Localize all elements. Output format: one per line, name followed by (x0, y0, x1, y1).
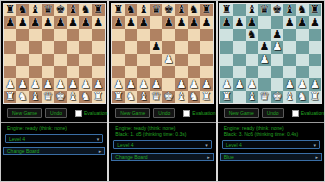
square-h6[interactable] (200, 29, 213, 41)
square-c1[interactable]: ♝ (29, 91, 42, 103)
white-pawn: ♟ (285, 79, 295, 91)
square-h1[interactable]: ♜ (92, 91, 105, 103)
square-b7[interactable]: ♟ (16, 16, 29, 28)
square-e6[interactable]: ♟ (271, 29, 284, 41)
square-g5[interactable] (188, 41, 201, 53)
square-h5[interactable] (309, 41, 322, 53)
square-a2[interactable]: ♟ (4, 78, 17, 90)
square-d5[interactable] (42, 41, 55, 53)
white-pawn: ♟ (5, 79, 15, 91)
square-c6[interactable]: ♞ (246, 29, 259, 41)
square-h2[interactable]: ♟ (92, 78, 105, 90)
square-c8[interactable]: ♝ (29, 4, 42, 16)
separator (218, 122, 324, 123)
square-g1[interactable]: ♞ (188, 91, 201, 103)
square-f3[interactable] (175, 66, 188, 78)
square-g2[interactable]: ♟ (296, 78, 309, 90)
black-rook: ♜ (5, 4, 15, 16)
black-pawn: ♟ (139, 17, 149, 29)
white-king: ♚ (164, 91, 174, 103)
undo-button[interactable]: Undo (45, 108, 67, 118)
square-b8[interactable]: ♞ (125, 4, 138, 16)
square-a5[interactable] (112, 41, 125, 53)
white-pawn: ♟ (189, 79, 199, 91)
new-game-button[interactable]: New Game (115, 108, 150, 118)
square-b5[interactable] (125, 41, 138, 53)
level-select-value: Level 4 (9, 136, 25, 142)
chess-board-1: ♜♞♝♛♚♝♞♜♟♟♟♟♟♟♟♟♟♟♟♟♟♟♟♟♜♞♝♛♚♝♞♜ (3, 3, 106, 104)
white-bishop: ♝ (285, 91, 295, 103)
square-d8[interactable]: ♛ (258, 4, 271, 16)
square-g3[interactable] (296, 66, 309, 78)
square-e7[interactable]: ♟ (54, 16, 67, 28)
square-c5[interactable] (246, 41, 259, 53)
square-g2[interactable]: ♟ (188, 78, 201, 90)
white-rook: ♜ (222, 91, 232, 103)
square-e2[interactable] (162, 78, 175, 90)
square-h4[interactable] (200, 54, 213, 66)
square-e5[interactable]: ♟ (271, 41, 284, 53)
square-e4[interactable]: ♟ (162, 54, 175, 66)
square-a3[interactable] (4, 66, 17, 78)
square-e1[interactable]: ♚ (54, 91, 67, 103)
black-pawn: ♟ (81, 17, 91, 29)
square-g4[interactable] (188, 54, 201, 66)
square-f2[interactable]: ♟ (67, 78, 80, 90)
square-b6[interactable] (125, 29, 138, 41)
square-a1[interactable]: ♜ (112, 91, 125, 103)
square-d1[interactable]: ♛ (42, 91, 55, 103)
new-game-button[interactable]: New Game (224, 108, 259, 118)
square-h5[interactable] (200, 41, 213, 53)
white-pawn: ♟ (30, 79, 40, 91)
accordion-label: Blue (224, 154, 234, 160)
square-c3[interactable] (29, 66, 42, 78)
evaluation-checkbox[interactable] (183, 110, 190, 117)
square-c7[interactable]: ♟ (137, 16, 150, 28)
change-board-accordion[interactable]: Change Board ▸ (3, 147, 105, 155)
square-g6[interactable] (79, 29, 92, 41)
square-f7[interactable]: ♟ (175, 16, 188, 28)
black-pawn: ♟ (272, 29, 282, 41)
white-pawn: ♟ (202, 79, 212, 91)
level-select[interactable]: Level 4 ▾ (113, 140, 211, 149)
square-g6[interactable] (188, 29, 201, 41)
black-knight: ♞ (297, 4, 307, 16)
square-b3[interactable] (233, 66, 246, 78)
square-c4[interactable] (137, 54, 150, 66)
square-a6[interactable] (112, 29, 125, 41)
white-pawn: ♟ (310, 79, 320, 91)
square-h8[interactable]: ♜ (92, 4, 105, 16)
black-pawn: ♟ (310, 17, 320, 29)
square-c3[interactable] (246, 66, 259, 78)
black-queen: ♛ (260, 4, 270, 16)
evaluation-checkbox[interactable] (75, 110, 82, 117)
square-d4[interactable]: ♟ (258, 54, 271, 66)
square-f2[interactable]: ♟ (283, 78, 296, 90)
white-rook: ♜ (202, 91, 212, 103)
square-c7[interactable]: ♟ (29, 16, 42, 28)
engine-status: Engine: ready (think: none) Black: 1. d5… (115, 125, 215, 137)
square-b1[interactable]: ♞ (16, 91, 29, 103)
square-f1[interactable]: ♝ (283, 91, 296, 103)
black-knight: ♞ (18, 4, 28, 16)
square-h6[interactable] (309, 29, 322, 41)
square-d3[interactable] (42, 66, 55, 78)
square-b2[interactable]: ♟ (233, 78, 246, 90)
square-e4[interactable] (271, 54, 284, 66)
square-d6[interactable] (42, 29, 55, 41)
square-d3[interactable] (150, 66, 163, 78)
new-game-button[interactable]: New Game (7, 108, 42, 118)
square-a6[interactable] (4, 29, 17, 41)
square-a8[interactable]: ♜ (112, 4, 125, 16)
square-g7[interactable]: ♟ (296, 16, 309, 28)
black-pawn: ♟ (189, 17, 199, 29)
square-g5[interactable] (79, 41, 92, 53)
square-c2[interactable]: ♟ (137, 78, 150, 90)
square-f4[interactable] (67, 54, 80, 66)
black-pawn: ♟ (151, 41, 161, 53)
black-pawn: ♟ (68, 17, 78, 29)
square-b7[interactable]: ♟ (233, 16, 246, 28)
white-pawn: ♟ (43, 79, 53, 91)
square-h1[interactable]: ♜ (200, 91, 213, 103)
square-g1[interactable]: ♞ (79, 91, 92, 103)
black-bishop: ♝ (139, 4, 149, 16)
black-rook: ♜ (113, 4, 123, 16)
square-e6[interactable] (54, 29, 67, 41)
square-d3[interactable] (258, 66, 271, 78)
black-pawn: ♟ (297, 17, 307, 29)
panel-3: ♜♝♛♚♝♞♜♟♟♟♟♟♟♞♟♟♟♟♟♟♟♟♟♟♜♝♛♚♝♞♜ New Game… (218, 1, 324, 181)
black-pawn: ♟ (5, 17, 15, 29)
accordion-label: Change Board (115, 154, 147, 160)
square-a3[interactable] (220, 66, 233, 78)
square-e2[interactable]: ♟ (54, 78, 67, 90)
engine-status: Engine: ready (think: none) (7, 125, 107, 131)
square-a7[interactable]: ♟ (220, 16, 233, 28)
square-g7[interactable]: ♟ (79, 16, 92, 28)
square-a4[interactable] (4, 54, 17, 66)
square-b5[interactable] (16, 41, 29, 53)
square-f6[interactable] (175, 29, 188, 41)
black-bishop: ♝ (30, 4, 40, 16)
separator (109, 122, 215, 123)
square-a2[interactable]: ♟ (112, 78, 125, 90)
black-knight: ♞ (189, 4, 199, 16)
square-c2[interactable]: ♟ (29, 78, 42, 90)
square-g4[interactable] (296, 54, 309, 66)
evaluation-label: Evaluation (84, 110, 107, 116)
square-e7[interactable]: ♟ (162, 16, 175, 28)
square-e8[interactable]: ♚ (54, 4, 67, 16)
black-bishop: ♝ (247, 4, 257, 16)
black-pawn: ♟ (30, 17, 40, 29)
square-f4[interactable] (283, 54, 296, 66)
square-f1[interactable]: ♝ (175, 91, 188, 103)
square-a7[interactable]: ♟ (112, 16, 125, 28)
square-e6[interactable] (162, 29, 175, 41)
black-rook: ♜ (93, 4, 103, 16)
square-b4[interactable] (125, 54, 138, 66)
square-a1[interactable]: ♜ (220, 91, 233, 103)
square-h2[interactable]: ♟ (200, 78, 213, 90)
white-knight: ♞ (126, 91, 136, 103)
square-f2[interactable]: ♟ (175, 78, 188, 90)
square-f1[interactable]: ♝ (67, 91, 80, 103)
square-g2[interactable]: ♟ (79, 78, 92, 90)
square-a6[interactable] (220, 29, 233, 41)
chevron-right-icon: ▸ (315, 154, 318, 160)
square-e8[interactable]: ♚ (271, 4, 284, 16)
square-e3[interactable] (271, 66, 284, 78)
square-a4[interactable] (220, 54, 233, 66)
black-pawn: ♟ (43, 17, 53, 29)
square-h5[interactable] (92, 41, 105, 53)
black-bishop: ♝ (176, 4, 186, 16)
square-h3[interactable] (200, 66, 213, 78)
square-c4[interactable] (29, 54, 42, 66)
square-d2[interactable]: ♟ (42, 78, 55, 90)
square-e1[interactable]: ♚ (162, 91, 175, 103)
white-rook: ♜ (93, 91, 103, 103)
square-d5[interactable]: ♟ (258, 41, 271, 53)
square-f6[interactable] (67, 29, 80, 41)
square-d7[interactable] (258, 16, 271, 28)
black-rook: ♜ (222, 4, 232, 16)
square-c2[interactable]: ♟ (246, 78, 259, 90)
square-f8[interactable]: ♝ (283, 4, 296, 16)
black-queen: ♛ (151, 4, 161, 16)
evaluation-label: Evaluation (301, 110, 324, 116)
square-g4[interactable] (79, 54, 92, 66)
white-bishop: ♝ (68, 91, 78, 103)
square-d2[interactable] (258, 78, 271, 90)
square-a2[interactable]: ♟ (220, 78, 233, 90)
black-king: ♚ (56, 4, 66, 16)
square-f8[interactable]: ♝ (175, 4, 188, 16)
square-d1[interactable]: ♛ (258, 91, 271, 103)
square-c6[interactable] (137, 29, 150, 41)
square-h3[interactable] (309, 66, 322, 78)
chevron-right-icon: ▸ (99, 148, 102, 154)
chevron-down-icon: ▾ (205, 142, 208, 148)
square-c1[interactable]: ♝ (137, 91, 150, 103)
square-e8[interactable]: ♚ (162, 4, 175, 16)
square-b4[interactable] (233, 54, 246, 66)
square-g6[interactable] (296, 29, 309, 41)
black-pawn: ♟ (113, 17, 123, 29)
controls-row: New Game Undo Evaluation (7, 108, 107, 118)
square-f7[interactable]: ♟ (67, 16, 80, 28)
black-knight: ♞ (126, 4, 136, 16)
white-pawn: ♟ (18, 79, 28, 91)
square-h3[interactable] (92, 66, 105, 78)
square-c8[interactable]: ♝ (246, 4, 259, 16)
square-b1[interactable]: ♞ (125, 91, 138, 103)
square-c8[interactable]: ♝ (137, 4, 150, 16)
square-e5[interactable] (54, 41, 67, 53)
square-e5[interactable] (162, 41, 175, 53)
square-c4[interactable] (246, 54, 259, 66)
white-pawn: ♟ (176, 79, 186, 91)
black-pawn: ♟ (260, 41, 270, 53)
controls-row: New Game Undo Evaluation (224, 108, 324, 118)
square-e1[interactable]: ♚ (271, 91, 284, 103)
square-b6[interactable] (233, 29, 246, 41)
square-d1[interactable]: ♛ (150, 91, 163, 103)
square-b3[interactable] (125, 66, 138, 78)
square-f3[interactable] (283, 66, 296, 78)
square-h7[interactable]: ♟ (92, 16, 105, 28)
level-select[interactable]: Level 4 ▾ (5, 134, 103, 143)
level-select[interactable]: Level 4 ▾ (222, 140, 320, 149)
square-h8[interactable]: ♜ (309, 4, 322, 16)
square-e2[interactable] (271, 78, 284, 90)
square-c1[interactable]: ♝ (246, 91, 259, 103)
square-f4[interactable] (175, 54, 188, 66)
square-e3[interactable] (54, 66, 67, 78)
change-board-accordion[interactable]: Blue ▸ (220, 153, 322, 161)
evaluation-checkbox[interactable] (292, 110, 299, 117)
square-b4[interactable] (16, 54, 29, 66)
square-a5[interactable] (220, 41, 233, 53)
controls-row: New Game Undo Evaluation (115, 108, 215, 118)
white-king: ♚ (56, 91, 66, 103)
square-a1[interactable]: ♜ (4, 91, 17, 103)
square-d2[interactable]: ♟ (150, 78, 163, 90)
undo-button[interactable]: Undo (153, 108, 175, 118)
square-d7[interactable]: ♟ (42, 16, 55, 28)
square-c3[interactable] (137, 66, 150, 78)
square-h2[interactable]: ♟ (309, 78, 322, 90)
square-a5[interactable] (4, 41, 17, 53)
square-d7[interactable] (150, 16, 163, 28)
square-d5[interactable]: ♟ (150, 41, 163, 53)
square-f3[interactable] (67, 66, 80, 78)
square-e4[interactable] (54, 54, 67, 66)
square-h8[interactable]: ♜ (200, 4, 213, 16)
square-b8[interactable]: ♞ (16, 4, 29, 16)
black-pawn: ♟ (18, 17, 28, 29)
square-g8[interactable]: ♞ (296, 4, 309, 16)
square-f7[interactable]: ♟ (283, 16, 296, 28)
square-d8[interactable]: ♛ (42, 4, 55, 16)
white-knight: ♞ (18, 91, 28, 103)
white-bishop: ♝ (139, 91, 149, 103)
square-b6[interactable] (16, 29, 29, 41)
white-pawn: ♟ (126, 79, 136, 91)
panel-1: ♜♞♝♛♚♝♞♜♟♟♟♟♟♟♟♟♟♟♟♟♟♟♟♟♜♞♝♛♚♝♞♜ New Gam… (1, 1, 107, 181)
square-c5[interactable] (29, 41, 42, 53)
square-e7[interactable] (271, 16, 284, 28)
white-pawn: ♟ (113, 79, 123, 91)
square-c7[interactable]: ♟ (246, 16, 259, 28)
square-a8[interactable]: ♜ (220, 4, 233, 16)
square-b2[interactable]: ♟ (125, 78, 138, 90)
square-h1[interactable]: ♜ (309, 91, 322, 103)
white-queen: ♛ (43, 91, 53, 103)
square-b7[interactable]: ♟ (125, 16, 138, 28)
engine-status-line: Engine: ready (think: none) (7, 125, 107, 131)
white-pawn: ♟ (272, 41, 282, 53)
square-h4[interactable] (92, 54, 105, 66)
square-g8[interactable]: ♞ (79, 4, 92, 16)
chevron-right-icon: ▸ (207, 154, 210, 160)
square-g5[interactable] (296, 41, 309, 53)
square-d6[interactable] (258, 29, 271, 41)
black-rook: ♜ (310, 4, 320, 16)
white-pawn: ♟ (68, 79, 78, 91)
white-knight: ♞ (81, 91, 91, 103)
square-b8[interactable] (233, 4, 246, 16)
square-a7[interactable]: ♟ (4, 16, 17, 28)
square-e3[interactable] (162, 66, 175, 78)
white-pawn: ♟ (234, 79, 244, 91)
square-f6[interactable] (283, 29, 296, 41)
square-d4[interactable] (42, 54, 55, 66)
white-rook: ♜ (5, 91, 15, 103)
square-a8[interactable]: ♜ (4, 4, 17, 16)
black-pawn: ♟ (247, 17, 257, 29)
square-a3[interactable] (112, 66, 125, 78)
square-b1[interactable] (233, 91, 246, 103)
square-f5[interactable] (283, 41, 296, 53)
square-h7[interactable]: ♟ (200, 16, 213, 28)
square-c5[interactable] (137, 41, 150, 53)
square-g3[interactable] (79, 66, 92, 78)
square-g1[interactable]: ♞ (296, 91, 309, 103)
square-b3[interactable] (16, 66, 29, 78)
square-h7[interactable]: ♟ (309, 16, 322, 28)
engine-status: Engine: ready (think: none) Black: 3. Nc… (224, 125, 324, 137)
square-g8[interactable]: ♞ (188, 4, 201, 16)
black-pawn: ♟ (285, 17, 295, 29)
square-h6[interactable] (92, 29, 105, 41)
white-pawn: ♟ (260, 54, 270, 66)
white-knight: ♞ (297, 91, 307, 103)
square-d6[interactable] (150, 29, 163, 41)
white-rook: ♜ (113, 91, 123, 103)
white-pawn: ♟ (151, 79, 161, 91)
square-f5[interactable] (175, 41, 188, 53)
square-f5[interactable] (67, 41, 80, 53)
change-board-accordion[interactable]: Change Board ▸ (111, 153, 213, 161)
white-pawn: ♟ (297, 79, 307, 91)
square-b5[interactable] (233, 41, 246, 53)
chess-board-3: ♜♝♛♚♝♞♜♟♟♟♟♟♟♞♟♟♟♟♟♟♟♟♟♟♜♝♛♚♝♞♜ (219, 3, 322, 104)
white-queen: ♛ (151, 91, 161, 103)
black-king: ♚ (164, 4, 174, 16)
engine-status-line: Black: 3. Nc6 (thinking time: 0.4s) (224, 131, 324, 137)
square-c6[interactable] (29, 29, 42, 41)
level-select-value: Level 4 (226, 142, 242, 148)
square-f8[interactable]: ♝ (67, 4, 80, 16)
chevron-down-icon: ▾ (97, 136, 100, 142)
square-b2[interactable]: ♟ (16, 78, 29, 90)
square-g7[interactable]: ♟ (188, 16, 201, 28)
square-a4[interactable] (112, 54, 125, 66)
square-d8[interactable]: ♛ (150, 4, 163, 16)
square-d4[interactable] (150, 54, 163, 66)
white-queen: ♛ (260, 91, 270, 103)
square-g3[interactable] (188, 66, 201, 78)
undo-button[interactable]: Undo (262, 108, 284, 118)
square-h4[interactable] (309, 54, 322, 66)
black-bishop: ♝ (285, 4, 295, 16)
